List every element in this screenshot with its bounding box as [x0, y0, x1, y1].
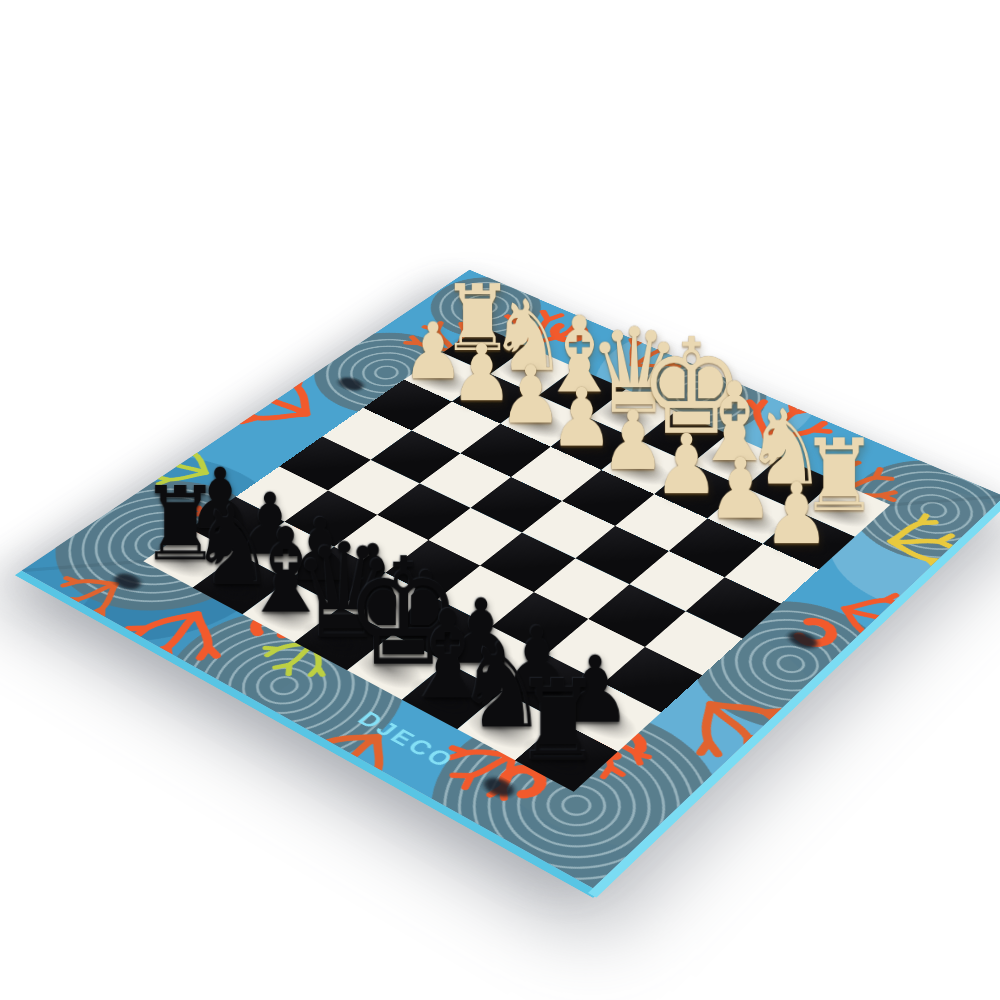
white-pawn-g2[interactable]: ♟ — [707, 450, 765, 530]
white-pawn-h2[interactable]: ♟ — [763, 474, 822, 555]
chess-set-photo: DJECO ♜♞♝♛♚♝♞♜♟♟♟♟♟♟♟♟♟♟♟♟♟♟♟♟♜♞♝♛♚♝♞♜ — [0, 0, 1000, 1000]
black-rook-h8[interactable]: ♜ — [513, 668, 578, 774]
black-knight-g8[interactable]: ♞ — [456, 632, 521, 743]
checkerboard: ♜♞♝♛♚♝♞♜♟♟♟♟♟♟♟♟♟♟♟♟♟♟♟♟♜♞♝♛♚♝♞♜ — [143, 326, 890, 792]
black-king-e8[interactable]: ♚ — [345, 542, 408, 683]
black-bishop-f8[interactable]: ♝ — [399, 597, 463, 713]
white-pawn-a2[interactable]: ♟ — [402, 315, 456, 389]
white-pawn-b2[interactable]: ♟ — [450, 336, 505, 411]
white-pawn-d2[interactable]: ♟ — [549, 380, 605, 457]
white-pawn-c2[interactable]: ♟ — [499, 358, 555, 434]
chess-board: DJECO ♜♞♝♛♚♝♞♜♟♟♟♟♟♟♟♟♟♟♟♟♟♟♟♟♜♞♝♛♚♝♞♜ — [22, 270, 1000, 889]
white-pawn-e2[interactable]: ♟ — [601, 403, 658, 481]
white-pawn-f2[interactable]: ♟ — [653, 426, 711, 505]
